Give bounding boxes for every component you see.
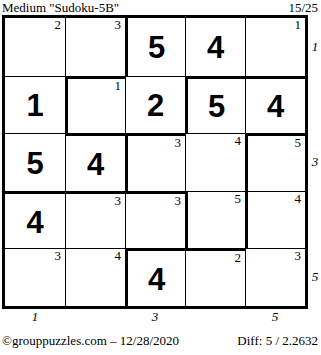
given-digit: 2	[147, 90, 164, 121]
corner-number: 4	[115, 249, 122, 263]
col-label-1: 1	[25, 309, 45, 325]
given-digit: 5	[148, 32, 165, 63]
corner-number: 4	[235, 134, 242, 148]
cell-r5c1[interactable]: 3	[5, 248, 65, 306]
puzzle-page: Medium "Sudoku-5B" 15/25 235411125454345…	[0, 0, 321, 355]
difficulty-text: Diff: 5 / 2.2632	[237, 333, 318, 349]
cell-r3c3[interactable]: 3	[125, 133, 185, 191]
puzzle-counter: 15/25	[288, 0, 318, 16]
cell-r4c2[interactable]: 3	[65, 191, 125, 249]
cell-r5c5[interactable]: 3	[245, 248, 305, 306]
given-digit: 4	[148, 264, 165, 295]
cell-r2c5: 4	[245, 76, 305, 134]
given-digit: 4	[87, 149, 104, 180]
cell-r1c4: 4	[185, 18, 245, 76]
col-label-5: 5	[265, 309, 285, 325]
cell-r2c2[interactable]: 1	[65, 76, 125, 134]
cell-r2c4: 5	[185, 76, 245, 134]
corner-number: 3	[115, 194, 122, 208]
sudoku-board: 2354111254543454335434423	[2, 15, 308, 309]
corner-number: 3	[175, 194, 182, 208]
cell-r4c5[interactable]: 4	[245, 191, 305, 249]
corner-number: 3	[55, 249, 62, 263]
cell-r1c1[interactable]: 2	[5, 18, 65, 76]
corner-number: 2	[235, 251, 242, 265]
corner-number: 5	[235, 192, 242, 206]
corner-number: 3	[295, 249, 302, 263]
cell-r3c1: 5	[5, 133, 65, 191]
cell-r2c3: 2	[125, 76, 185, 134]
copyright-text: ©grouppuzzles.com – 12/28/2020	[2, 333, 179, 349]
corner-number: 4	[295, 192, 302, 206]
cell-r4c3[interactable]: 3	[125, 191, 185, 249]
cell-r5c2[interactable]: 4	[65, 248, 125, 306]
puzzle-title: Medium "Sudoku-5B"	[2, 0, 119, 16]
corner-number: 1	[295, 18, 302, 32]
corner-number: 3	[115, 18, 122, 32]
row-label-5: 5	[310, 269, 320, 285]
corner-number: 5	[295, 136, 302, 150]
cell-r1c3: 5	[125, 18, 185, 76]
corner-number: 2	[55, 18, 62, 32]
given-digit: 4	[267, 91, 284, 122]
cell-r4c1: 4	[5, 191, 65, 249]
cell-r1c5[interactable]: 1	[245, 18, 305, 76]
row-label-1: 1	[310, 39, 320, 55]
cell-r4c4[interactable]: 5	[185, 191, 245, 249]
corner-number: 1	[115, 79, 122, 93]
cell-r3c2: 4	[65, 133, 125, 191]
corner-number: 3	[175, 136, 182, 150]
cell-r2c1: 1	[5, 76, 65, 134]
cell-r1c2[interactable]: 3	[65, 18, 125, 76]
cell-r5c4[interactable]: 2	[185, 248, 245, 306]
given-digit: 5	[26, 148, 43, 179]
row-label-3: 3	[310, 154, 320, 170]
cell-r3c4[interactable]: 4	[185, 133, 245, 191]
given-digit: 4	[207, 32, 224, 63]
col-label-3: 3	[145, 309, 165, 325]
given-digit: 1	[26, 90, 43, 121]
cell-r5c3: 4	[125, 248, 185, 306]
cell-r3c5[interactable]: 5	[245, 133, 305, 191]
given-digit: 4	[26, 207, 43, 238]
given-digit: 5	[208, 91, 225, 122]
